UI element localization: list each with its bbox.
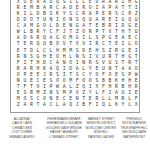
grid-cell: O — [133, 40, 140, 46]
grid-cell: F — [133, 95, 140, 101]
grid-cell: U — [133, 28, 140, 34]
grid-cell: C — [133, 34, 140, 40]
word-list-item: EMBARCADERO — [0, 134, 44, 139]
grid-cell: X — [133, 101, 140, 107]
grid-cell: I — [133, 46, 140, 52]
grid-cell: O — [133, 64, 140, 70]
word-list-column-1: ALCATRAZCABLE CARSCHINATOWNCOIT TOWEREMB… — [0, 116, 44, 139]
word-list-item: LOMBARD STREET — [44, 134, 84, 139]
word-search-page: { "game": "word_search", "theme": "San F… — [0, 0, 150, 150]
word-list-column-4: PRESIDIOSKYSCRAPERSTELEGRAPH HILLUNION S… — [118, 116, 150, 139]
grid-cell: T — [133, 52, 140, 58]
grid-cell: T — [133, 58, 140, 64]
grid-cell: R — [133, 83, 140, 89]
word-list-item: PAINTED LADIES — [84, 134, 118, 139]
word-list-item: WATERFRONT — [118, 134, 150, 139]
grid-cell: I — [133, 4, 140, 10]
grid-cell: E — [133, 89, 140, 95]
grid-cell: G — [133, 0, 140, 4]
word-list-column-3: MARKET STREETMISSION DISTRICTMOSCONE CEN… — [84, 116, 118, 139]
grid-cell: U — [133, 16, 140, 22]
grid-cell: E — [133, 22, 140, 28]
grid-cell: Z — [133, 10, 140, 16]
word-list-column-2: FISHERMANS WHARFGHIRARDELLI SQUAREGOLDEN… — [44, 116, 84, 139]
grid-cell: E — [133, 76, 140, 82]
grid-cell: W — [133, 70, 140, 76]
word-search-board: JKFISHERMANSWHARFQZXSERAUQSILLEDRARIHGRE… — [10, 0, 140, 113]
letter-grid: JKFISHERMANSWHARFQZXSERAUQSILLEDRARIHGRE… — [15, 0, 139, 107]
word-list: ALCATRAZCABLE CARSCHINATOWNCOIT TOWEREMB… — [0, 116, 150, 139]
